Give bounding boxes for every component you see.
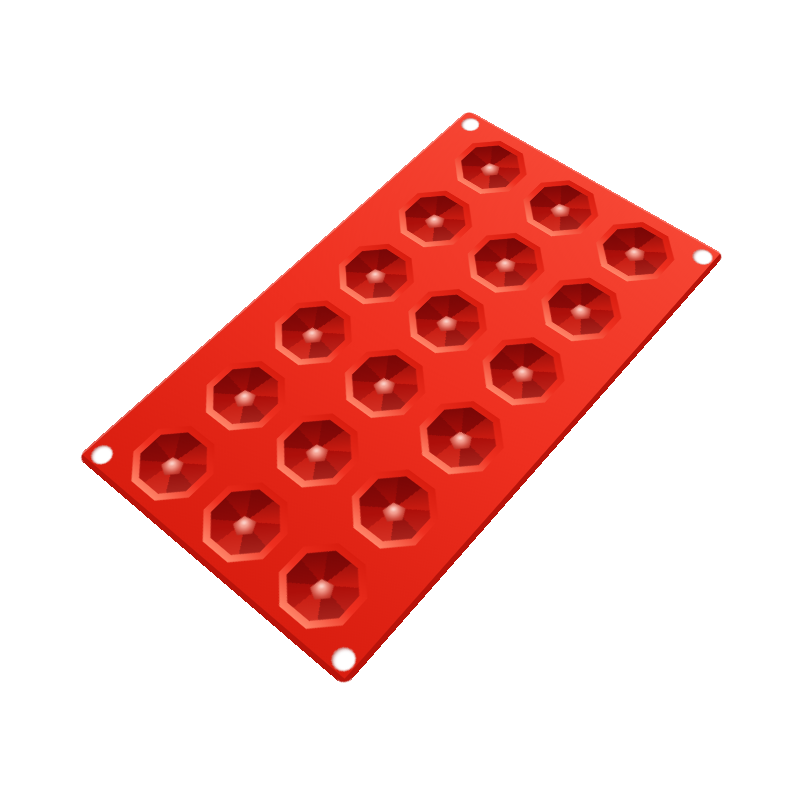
photo-alt-text: 18-cavity diamond silicone baking mold — [0, 0, 1, 1]
cavity-culet-highlight — [306, 443, 329, 462]
cavity-culet-highlight — [234, 389, 256, 407]
product-photo-background: 18-cavity diamond silicone baking mold — [0, 0, 800, 800]
cavity-culet-highlight — [373, 377, 396, 395]
cavity-culet-highlight — [449, 430, 474, 449]
cavity-culet-highlight — [511, 364, 535, 382]
cavity-culet-highlight — [310, 577, 335, 599]
cavity-culet-highlight — [480, 162, 501, 176]
cavity-culet-highlight — [495, 257, 518, 273]
cavity-culet-highlight — [233, 514, 257, 535]
cavity-culet-highlight — [569, 303, 593, 320]
silicone-diamond-mold — [77, 110, 725, 687]
cavity-culet-highlight — [549, 203, 571, 218]
cavity-culet-highlight — [623, 246, 647, 262]
cavity-culet-highlight — [436, 315, 459, 332]
cavity-culet-highlight — [424, 213, 445, 228]
cavity-culet-highlight — [382, 501, 407, 522]
cavity-culet-highlight — [365, 268, 387, 284]
cavity-culet-highlight — [302, 326, 324, 343]
cavity-culet-highlight — [161, 456, 185, 476]
